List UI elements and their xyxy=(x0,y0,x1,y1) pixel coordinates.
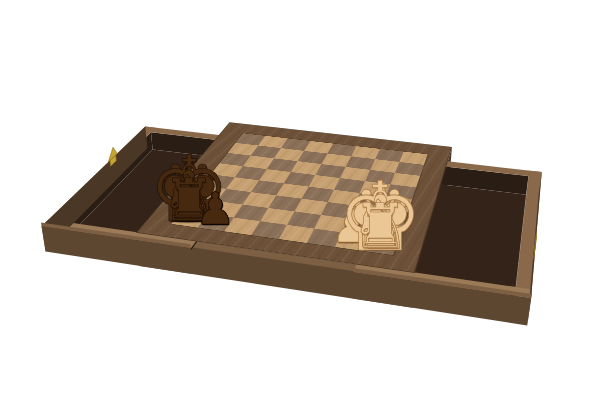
piece-black-p-a7[interactable]: ♟ xyxy=(195,187,235,231)
piece-white-r-a1[interactable]: ♜ xyxy=(353,196,408,258)
chess-set-photo: ♜♞♝♛♚♝♞♜♟♟♟♟♟♟♟♟♟♟♟♟♟♟♟♟♜♞♝♛♚♝♞♜ xyxy=(0,0,600,400)
